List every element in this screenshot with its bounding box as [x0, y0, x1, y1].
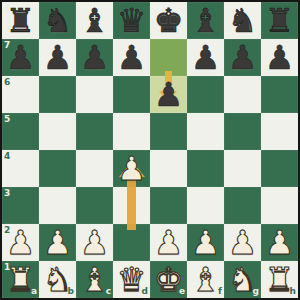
square-c2[interactable]: ♟ — [76, 224, 113, 261]
black-rook[interactable]: ♜ — [261, 2, 298, 39]
square-b1[interactable]: b♞ — [39, 261, 76, 298]
rank-label-6: 6 — [4, 78, 10, 87]
square-a3[interactable]: 3 — [2, 187, 39, 224]
white-pawn[interactable]: ♟ — [187, 224, 224, 261]
square-e7[interactable] — [150, 39, 187, 76]
square-a1[interactable]: 1a♜ — [2, 261, 39, 298]
square-e1[interactable]: e♚ — [150, 261, 187, 298]
square-a5[interactable]: 5 — [2, 113, 39, 150]
square-a6[interactable]: 6 — [2, 76, 39, 113]
square-d2[interactable] — [113, 224, 150, 261]
square-d5[interactable] — [113, 113, 150, 150]
square-h2[interactable]: ♟ — [261, 224, 298, 261]
black-king[interactable]: ♚ — [150, 2, 187, 39]
square-f8[interactable]: ♝ — [187, 2, 224, 39]
square-b7[interactable]: ♟ — [39, 39, 76, 76]
square-e5[interactable] — [150, 113, 187, 150]
square-c8[interactable]: ♝ — [76, 2, 113, 39]
chess-board: 8♜♞♝♛♚♝♞♜7♟♟♟♟♟♟♟6♟54♟32♟♟♟♟♟♟♟1a♜b♞c♝d♛… — [0, 0, 300, 300]
square-h4[interactable] — [261, 150, 298, 187]
square-c5[interactable] — [76, 113, 113, 150]
square-b2[interactable]: ♟ — [39, 224, 76, 261]
white-pawn[interactable]: ♟ — [76, 224, 113, 261]
square-d1[interactable]: d♛ — [113, 261, 150, 298]
white-king[interactable]: ♚ — [150, 261, 187, 298]
square-b5[interactable] — [39, 113, 76, 150]
square-f1[interactable]: f♝ — [187, 261, 224, 298]
white-pawn[interactable]: ♟ — [113, 150, 150, 187]
square-d3[interactable] — [113, 187, 150, 224]
square-e4[interactable] — [150, 150, 187, 187]
black-bishop[interactable]: ♝ — [187, 2, 224, 39]
square-g2[interactable]: ♟ — [224, 224, 261, 261]
square-h1[interactable]: h♜ — [261, 261, 298, 298]
square-g8[interactable]: ♞ — [224, 2, 261, 39]
square-c1[interactable]: c♝ — [76, 261, 113, 298]
white-knight[interactable]: ♞ — [39, 261, 76, 298]
square-g4[interactable] — [224, 150, 261, 187]
white-pawn[interactable]: ♟ — [261, 224, 298, 261]
square-a2[interactable]: 2♟ — [2, 224, 39, 261]
black-bishop[interactable]: ♝ — [76, 2, 113, 39]
white-pawn[interactable]: ♟ — [150, 224, 187, 261]
black-pawn[interactable]: ♟ — [76, 39, 113, 76]
black-pawn[interactable]: ♟ — [187, 39, 224, 76]
square-f3[interactable] — [187, 187, 224, 224]
square-g7[interactable]: ♟ — [224, 39, 261, 76]
square-d6[interactable] — [113, 76, 150, 113]
square-h8[interactable]: ♜ — [261, 2, 298, 39]
square-h3[interactable] — [261, 187, 298, 224]
black-pawn[interactable]: ♟ — [150, 76, 187, 113]
square-e8[interactable]: ♚ — [150, 2, 187, 39]
black-knight[interactable]: ♞ — [224, 2, 261, 39]
square-c4[interactable] — [76, 150, 113, 187]
square-b3[interactable] — [39, 187, 76, 224]
white-rook[interactable]: ♜ — [261, 261, 298, 298]
white-bishop[interactable]: ♝ — [76, 261, 113, 298]
square-a7[interactable]: 7♟ — [2, 39, 39, 76]
square-c7[interactable]: ♟ — [76, 39, 113, 76]
square-h5[interactable] — [261, 113, 298, 150]
square-f6[interactable] — [187, 76, 224, 113]
square-f7[interactable]: ♟ — [187, 39, 224, 76]
square-f2[interactable]: ♟ — [187, 224, 224, 261]
square-g3[interactable] — [224, 187, 261, 224]
white-pawn[interactable]: ♟ — [39, 224, 76, 261]
square-h7[interactable]: ♟ — [261, 39, 298, 76]
black-pawn[interactable]: ♟ — [39, 39, 76, 76]
square-b8[interactable]: ♞ — [39, 2, 76, 39]
square-e6[interactable]: ♟ — [150, 76, 187, 113]
black-pawn[interactable]: ♟ — [261, 39, 298, 76]
square-a8[interactable]: 8♜ — [2, 2, 39, 39]
rank-label-5: 5 — [4, 115, 10, 124]
white-queen[interactable]: ♛ — [113, 261, 150, 298]
square-d7[interactable]: ♟ — [113, 39, 150, 76]
square-f5[interactable] — [187, 113, 224, 150]
white-pawn[interactable]: ♟ — [224, 224, 261, 261]
black-pawn[interactable]: ♟ — [224, 39, 261, 76]
square-e3[interactable] — [150, 187, 187, 224]
square-c3[interactable] — [76, 187, 113, 224]
square-b6[interactable] — [39, 76, 76, 113]
rank-label-4: 4 — [4, 152, 10, 161]
black-rook[interactable]: ♜ — [2, 2, 39, 39]
black-pawn[interactable]: ♟ — [2, 39, 39, 76]
rank-label-3: 3 — [4, 189, 10, 198]
square-g6[interactable] — [224, 76, 261, 113]
square-a4[interactable]: 4 — [2, 150, 39, 187]
black-knight[interactable]: ♞ — [39, 2, 76, 39]
board-squares: 8♜♞♝♛♚♝♞♜7♟♟♟♟♟♟♟6♟54♟32♟♟♟♟♟♟♟1a♜b♞c♝d♛… — [2, 2, 298, 298]
square-f4[interactable] — [187, 150, 224, 187]
square-c6[interactable] — [76, 76, 113, 113]
white-bishop[interactable]: ♝ — [187, 261, 224, 298]
black-pawn[interactable]: ♟ — [113, 39, 150, 76]
square-g1[interactable]: g♞ — [224, 261, 261, 298]
square-h6[interactable] — [261, 76, 298, 113]
square-d4[interactable]: ♟ — [113, 150, 150, 187]
square-g5[interactable] — [224, 113, 261, 150]
white-rook[interactable]: ♜ — [2, 261, 39, 298]
square-d8[interactable]: ♛ — [113, 2, 150, 39]
black-queen[interactable]: ♛ — [113, 2, 150, 39]
white-knight[interactable]: ♞ — [224, 261, 261, 298]
square-b4[interactable] — [39, 150, 76, 187]
square-e2[interactable]: ♟ — [150, 224, 187, 261]
white-pawn[interactable]: ♟ — [2, 224, 39, 261]
